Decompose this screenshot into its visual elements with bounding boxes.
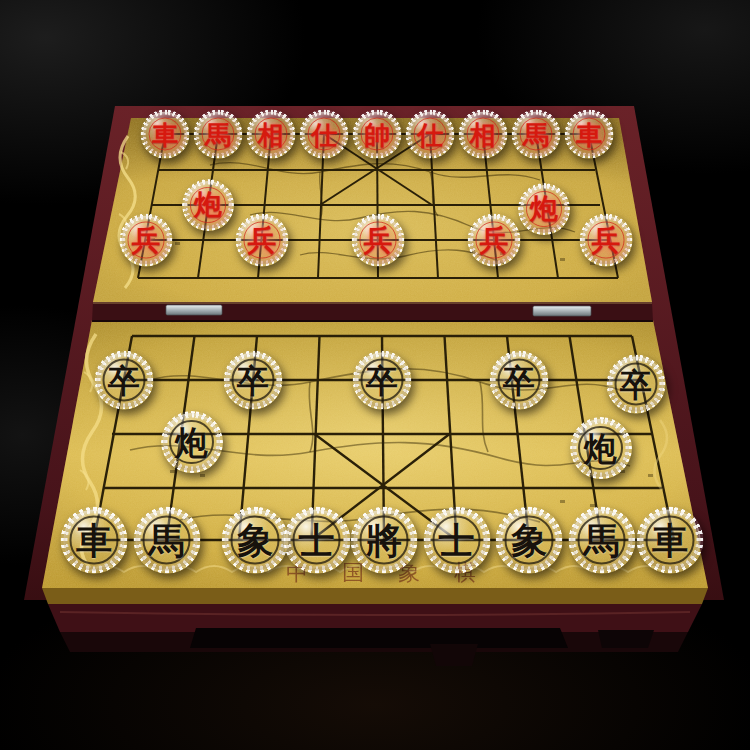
piece-red-horse[interactable]: 馬 (512, 110, 561, 159)
piece-character: 馬 (194, 110, 243, 159)
piece-character: 仕 (300, 110, 349, 159)
piece-red-elephant[interactable]: 相 (247, 110, 296, 159)
piece-character: 卒 (607, 355, 666, 414)
piece-red-chariot[interactable]: 車 (565, 110, 614, 159)
piece-character: 炮 (570, 417, 632, 479)
piece-character: 車 (61, 507, 128, 574)
piece-character: 象 (496, 507, 563, 574)
piece-red-advisor[interactable]: 仕 (300, 110, 349, 159)
piece-character: 馬 (133, 507, 200, 574)
piece-red-elephant[interactable]: 相 (459, 110, 508, 159)
piece-black-soldier[interactable]: 卒 (607, 355, 666, 414)
piece-black-cannon[interactable]: 炮 (161, 411, 223, 473)
piece-character: 炮 (518, 183, 570, 235)
piece-black-advisor[interactable]: 士 (423, 507, 490, 574)
piece-black-soldier[interactable]: 卒 (353, 351, 412, 410)
piece-character: 卒 (224, 351, 283, 410)
piece-red-chariot[interactable]: 車 (141, 110, 190, 159)
piece-character: 相 (247, 110, 296, 159)
piece-character: 馬 (512, 110, 561, 159)
pieces-layer: 車馬相仕帥仕相馬車炮炮兵兵兵兵兵卒卒卒卒卒炮炮車馬象士將士象馬車 (0, 0, 750, 750)
piece-character: 兵 (120, 214, 173, 267)
piece-black-elephant[interactable]: 象 (496, 507, 563, 574)
piece-black-chariot[interactable]: 車 (61, 507, 128, 574)
piece-character: 卒 (490, 351, 549, 410)
piece-character: 兵 (236, 214, 289, 267)
piece-black-horse[interactable]: 馬 (133, 507, 200, 574)
piece-black-advisor[interactable]: 士 (283, 507, 350, 574)
piece-character: 士 (283, 507, 350, 574)
piece-red-soldier[interactable]: 兵 (468, 214, 521, 267)
piece-black-soldier[interactable]: 卒 (490, 351, 549, 410)
piece-red-general[interactable]: 帥 (353, 110, 402, 159)
piece-character: 象 (222, 507, 289, 574)
piece-character: 炮 (161, 411, 223, 473)
piece-character: 卒 (95, 351, 154, 410)
piece-character: 車 (565, 110, 614, 159)
piece-character: 卒 (353, 351, 412, 410)
piece-black-chariot[interactable]: 車 (637, 507, 704, 574)
piece-red-soldier[interactable]: 兵 (120, 214, 173, 267)
piece-character: 馬 (568, 507, 635, 574)
piece-red-advisor[interactable]: 仕 (406, 110, 455, 159)
product-photo-stage: 中国象棋 車馬相仕帥仕相馬車炮炮兵兵兵兵兵卒卒卒卒卒炮炮車馬象士將士象馬車 Fo… (0, 0, 750, 750)
piece-character: 車 (141, 110, 190, 159)
piece-black-soldier[interactable]: 卒 (224, 351, 283, 410)
piece-character: 兵 (352, 214, 405, 267)
piece-character: 仕 (406, 110, 455, 159)
piece-black-general[interactable]: 將 (351, 507, 418, 574)
piece-red-soldier[interactable]: 兵 (236, 214, 289, 267)
piece-character: 兵 (580, 214, 633, 267)
piece-black-horse[interactable]: 馬 (568, 507, 635, 574)
piece-red-soldier[interactable]: 兵 (580, 214, 633, 267)
piece-red-cannon[interactable]: 炮 (518, 183, 570, 235)
piece-red-soldier[interactable]: 兵 (352, 214, 405, 267)
piece-character: 士 (423, 507, 490, 574)
piece-red-cannon[interactable]: 炮 (182, 179, 234, 231)
piece-black-cannon[interactable]: 炮 (570, 417, 632, 479)
piece-red-horse[interactable]: 馬 (194, 110, 243, 159)
piece-character: 帥 (353, 110, 402, 159)
piece-black-soldier[interactable]: 卒 (95, 351, 154, 410)
piece-character: 將 (351, 507, 418, 574)
piece-black-elephant[interactable]: 象 (222, 507, 289, 574)
piece-character: 兵 (468, 214, 521, 267)
piece-character: 相 (459, 110, 508, 159)
piece-character: 車 (637, 507, 704, 574)
piece-character: 炮 (182, 179, 234, 231)
